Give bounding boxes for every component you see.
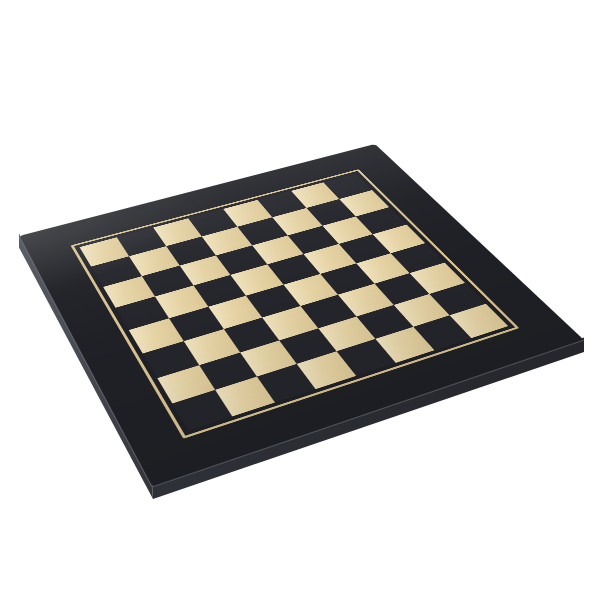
photo-background xyxy=(0,0,600,600)
lighting-sheen-overlay xyxy=(19,144,584,487)
chessboard xyxy=(19,144,584,487)
